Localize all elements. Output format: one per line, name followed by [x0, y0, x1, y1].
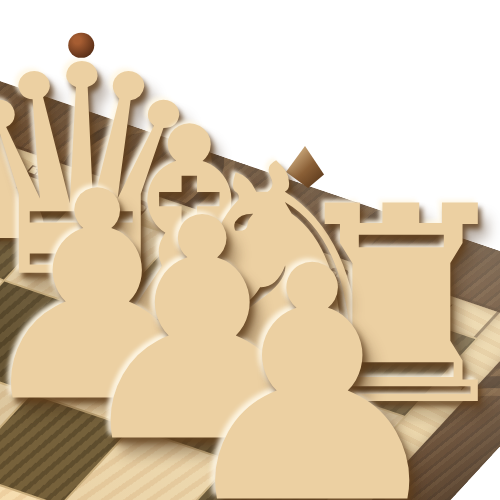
photo-stage: HGFEDCBA 12345678 ♟♛♝♞♜♟♟♟: [0, 0, 500, 500]
queen-finial-ball: [69, 32, 95, 58]
chess-board: HGFEDCBA 12345678: [0, 0, 500, 500]
